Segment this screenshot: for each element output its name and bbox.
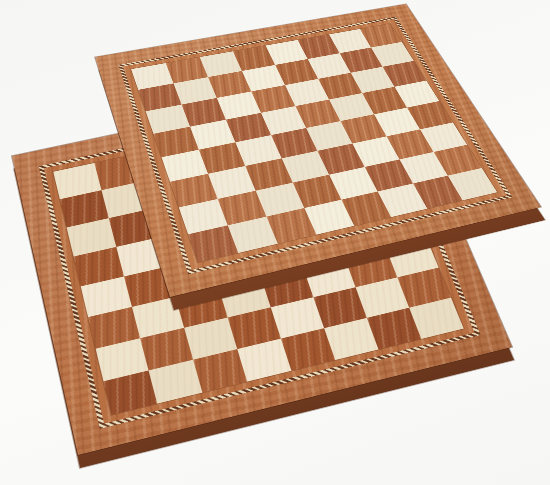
board-top-face — [95, 4, 541, 297]
photo-canvas — [0, 0, 550, 485]
board-top-grid — [131, 24, 497, 263]
